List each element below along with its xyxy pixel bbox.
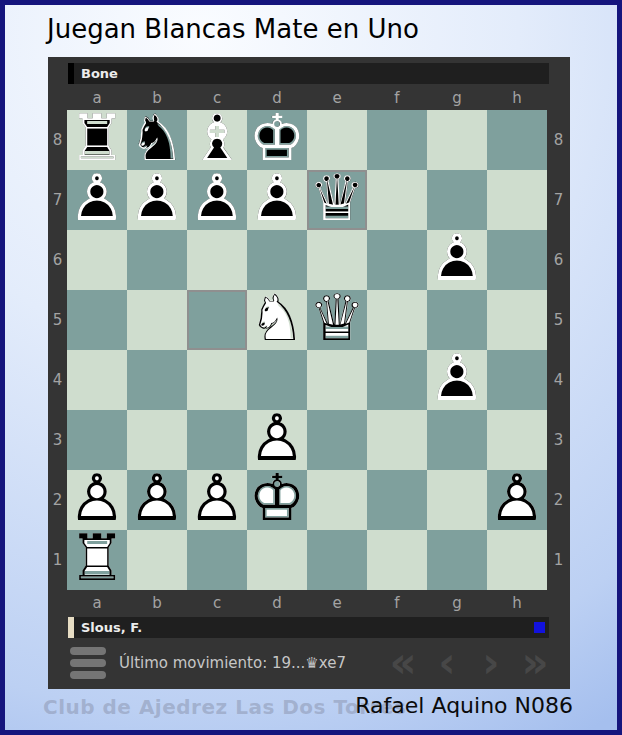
- square-f4[interactable]: [367, 350, 427, 410]
- square-e7[interactable]: ♛♕: [307, 170, 367, 230]
- white-pawn: ♟♙: [487, 470, 547, 530]
- square-b4[interactable]: [127, 350, 187, 410]
- square-h6[interactable]: [487, 230, 547, 290]
- square-b6[interactable]: [127, 230, 187, 290]
- square-f7[interactable]: [367, 170, 427, 230]
- rank-label-4: 4: [48, 350, 67, 410]
- page-background: Juegan Blancas Mate en Uno Bone abcdefgh…: [0, 0, 622, 735]
- square-d7[interactable]: ♟♙: [247, 170, 307, 230]
- file-label-d: d: [247, 590, 307, 616]
- rank-label-5: 5: [547, 290, 570, 350]
- file-label-c: c: [187, 590, 247, 616]
- square-e5[interactable]: ♛♕: [307, 290, 367, 350]
- file-label-f: f: [367, 590, 427, 616]
- rank-labels-right: 87654321: [547, 110, 570, 590]
- file-label-g: g: [427, 590, 487, 616]
- square-b1[interactable]: [127, 530, 187, 590]
- player-name-white: Slous, F.: [81, 620, 534, 635]
- square-g8[interactable]: [427, 110, 487, 170]
- square-a6[interactable]: [67, 230, 127, 290]
- square-d2[interactable]: ♚♔: [247, 470, 307, 530]
- square-c1[interactable]: [187, 530, 247, 590]
- square-a5[interactable]: [67, 290, 127, 350]
- rank-label-6: 6: [547, 230, 570, 290]
- square-b2[interactable]: ♟♙: [127, 470, 187, 530]
- white-pawn: ♟♙: [187, 470, 247, 530]
- file-label-h: h: [487, 590, 547, 616]
- control-bar: Último movimiento: 19...♛xe7 «‹›»: [48, 642, 570, 684]
- square-h8[interactable]: [487, 110, 547, 170]
- square-g2[interactable]: [427, 470, 487, 530]
- blue-status-badge: [534, 622, 545, 633]
- square-f1[interactable]: [367, 530, 427, 590]
- white-queen: ♛♕: [307, 290, 367, 350]
- move-navigation: «‹›»: [388, 645, 550, 681]
- white-king: ♚♔: [247, 470, 307, 530]
- square-c6[interactable]: [187, 230, 247, 290]
- square-h4[interactable]: [487, 350, 547, 410]
- square-f8[interactable]: [367, 110, 427, 170]
- white-color-indicator: [68, 617, 74, 638]
- square-d5[interactable]: ♞♘: [247, 290, 307, 350]
- square-d1[interactable]: [247, 530, 307, 590]
- square-c2[interactable]: ♟♙: [187, 470, 247, 530]
- square-g3[interactable]: [427, 410, 487, 470]
- last-move-text: Último movimiento: 19...♛xe7: [119, 654, 346, 672]
- page-title: Juegan Blancas Mate en Uno: [47, 14, 419, 44]
- square-h5[interactable]: [487, 290, 547, 350]
- rank-labels-left: 87654321: [48, 110, 67, 590]
- rank-label-2: 2: [547, 470, 570, 530]
- square-h2[interactable]: ♟♙: [487, 470, 547, 530]
- square-f6[interactable]: [367, 230, 427, 290]
- square-g6[interactable]: ♟♙: [427, 230, 487, 290]
- rank-label-4: 4: [547, 350, 570, 410]
- chess-board: ♜♖♞♘♝♗♚♔♟♙♟♙♟♙♟♙♛♕♟♙♞♘♛♕♟♙♟♙♟♙♟♙♟♙♚♔♟♙♜♖: [67, 110, 547, 590]
- square-b7[interactable]: ♟♙: [127, 170, 187, 230]
- square-e1[interactable]: [307, 530, 367, 590]
- square-f3[interactable]: [367, 410, 427, 470]
- rank-label-8: 8: [48, 110, 67, 170]
- black-queen: ♛♕: [307, 170, 367, 230]
- file-label-e: e: [307, 590, 367, 616]
- rank-label-6: 6: [48, 230, 67, 290]
- nav-previous-button[interactable]: ‹: [432, 645, 462, 681]
- square-a7[interactable]: ♟♙: [67, 170, 127, 230]
- square-c7[interactable]: ♟♙: [187, 170, 247, 230]
- rank-label-5: 5: [48, 290, 67, 350]
- white-rook: ♜♖: [67, 530, 127, 590]
- rank-label-3: 3: [48, 410, 67, 470]
- black-color-indicator: [68, 63, 74, 84]
- file-label-b: b: [127, 590, 187, 616]
- nav-next-button[interactable]: ›: [476, 645, 506, 681]
- white-pawn: ♟♙: [127, 470, 187, 530]
- player-bar-white: Slous, F.: [68, 617, 549, 638]
- rank-label-1: 1: [48, 530, 67, 590]
- file-labels-bottom: abcdefgh: [67, 590, 547, 616]
- black-pawn: ♟♙: [187, 170, 247, 230]
- square-f2[interactable]: [367, 470, 427, 530]
- rank-label-7: 7: [48, 170, 67, 230]
- square-e2[interactable]: [307, 470, 367, 530]
- chess-app-panel: Bone abcdefgh 87654321 ♜♖♞♘♝♗♚♔♟♙♟♙♟♙♟♙♛…: [48, 57, 570, 689]
- black-pawn: ♟♙: [127, 170, 187, 230]
- file-label-f: f: [367, 86, 427, 110]
- club-watermark: Club de Ajedrez Las Dos Torres: [43, 695, 406, 719]
- square-e3[interactable]: [307, 410, 367, 470]
- square-b5[interactable]: [127, 290, 187, 350]
- nav-first-button[interactable]: «: [388, 645, 418, 681]
- author-credit: Rafael Aquino N086: [355, 693, 573, 718]
- square-g1[interactable]: [427, 530, 487, 590]
- menu-icon[interactable]: [70, 647, 106, 679]
- square-c5[interactable]: [187, 290, 247, 350]
- square-a1[interactable]: ♜♖: [67, 530, 127, 590]
- nav-last-button[interactable]: »: [520, 645, 550, 681]
- player-bar-black: Bone: [68, 63, 549, 84]
- black-pawn: ♟♙: [427, 230, 487, 290]
- square-e4[interactable]: [307, 350, 367, 410]
- white-knight: ♞♘: [247, 290, 307, 350]
- file-label-g: g: [427, 86, 487, 110]
- square-c4[interactable]: [187, 350, 247, 410]
- black-pawn: ♟♙: [247, 170, 307, 230]
- rank-label-1: 1: [547, 530, 570, 590]
- black-pawn: ♟♙: [427, 350, 487, 410]
- rank-label-7: 7: [547, 170, 570, 230]
- square-f5[interactable]: [367, 290, 427, 350]
- file-label-a: a: [67, 590, 127, 616]
- square-a4[interactable]: [67, 350, 127, 410]
- square-h7[interactable]: [487, 170, 547, 230]
- file-label-e: e: [307, 86, 367, 110]
- square-h1[interactable]: [487, 530, 547, 590]
- rank-label-3: 3: [547, 410, 570, 470]
- rank-label-2: 2: [48, 470, 67, 530]
- black-pawn: ♟♙: [67, 170, 127, 230]
- rank-label-8: 8: [547, 110, 570, 170]
- file-label-h: h: [487, 86, 547, 110]
- square-g4[interactable]: ♟♙: [427, 350, 487, 410]
- player-name-black: Bone: [81, 66, 549, 81]
